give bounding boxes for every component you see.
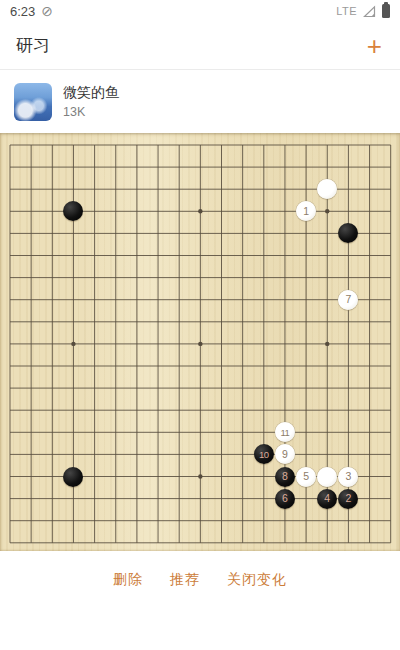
move-number: 11 (281, 428, 290, 438)
move-number: 7 (345, 294, 351, 305)
stone-black-R3-move-2[interactable]: 2 (338, 489, 358, 509)
study-list-item[interactable]: 微笑的鱼 13K (0, 70, 400, 133)
battery-icon (382, 4, 390, 18)
move-number: 3 (345, 471, 351, 482)
star-point (325, 209, 329, 213)
move-number: 9 (282, 449, 288, 460)
star-point (198, 209, 202, 213)
app-header: 研习 + (0, 22, 400, 70)
app-screen: 6:23 ⊘ LTE 研习 + 微笑的鱼 13K 1711109853642 删… (0, 0, 400, 650)
page-title: 研习 (16, 34, 50, 57)
move-number: 4 (324, 493, 330, 504)
star-point (198, 474, 202, 478)
move-number: 6 (282, 493, 288, 504)
add-button[interactable]: + (365, 33, 384, 59)
avatar (14, 83, 52, 121)
stone-black-O4-move-8[interactable]: 8 (275, 467, 295, 487)
close-variation-button[interactable]: 关闭变化 (227, 571, 287, 589)
stone-black-O3-move-6[interactable]: 6 (275, 489, 295, 509)
clock: 6:23 (10, 4, 35, 19)
recommend-button[interactable]: 推荐 (170, 571, 200, 589)
move-number: 5 (303, 471, 309, 482)
status-bar: 6:23 ⊘ LTE (0, 0, 400, 22)
network-type-label: LTE (336, 5, 357, 17)
player-rank: 13K (63, 105, 119, 119)
stone-white-R4-move-3[interactable]: 3 (338, 467, 358, 487)
stone-black-Q3-move-4[interactable]: 4 (317, 489, 337, 509)
move-number: 10 (259, 450, 269, 460)
move-number: 1 (303, 206, 309, 217)
stone-white-R12-move-7[interactable]: 7 (338, 290, 358, 310)
player-name: 微笑的鱼 (63, 84, 119, 102)
move-number: 8 (282, 471, 288, 482)
star-point (325, 342, 329, 346)
star-point (71, 342, 75, 346)
star-point (198, 342, 202, 346)
data-saver-icon: ⊘ (41, 4, 53, 18)
go-board[interactable]: 1711109853642 (0, 133, 400, 551)
stone-white-Q4[interactable] (317, 467, 337, 487)
delete-button[interactable]: 删除 (113, 571, 143, 589)
bottom-action-bar: 删除 推荐 关闭变化 (0, 551, 400, 649)
stone-white-P4-move-5[interactable]: 5 (296, 467, 316, 487)
move-number: 2 (345, 493, 351, 504)
signal-icon (363, 5, 376, 18)
stone-black-D4[interactable] (63, 467, 83, 487)
board-grid (0, 133, 400, 551)
